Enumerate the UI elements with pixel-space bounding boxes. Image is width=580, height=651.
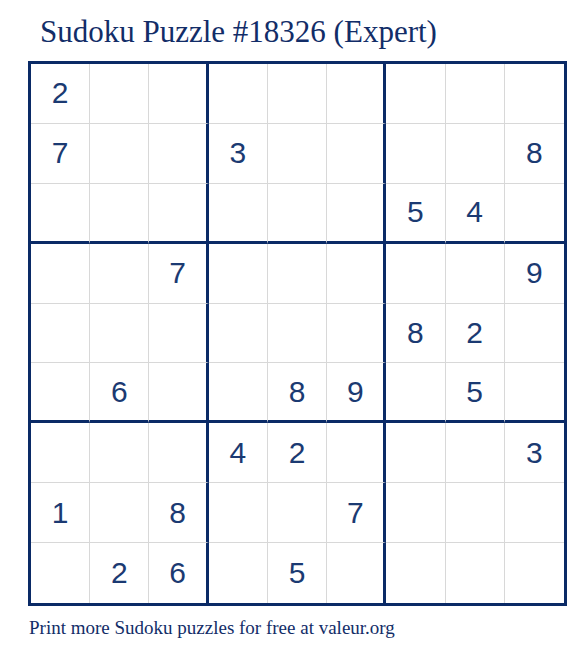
cell-r1c5[interactable] <box>268 64 327 124</box>
cell-r9c4[interactable] <box>209 543 268 603</box>
cell-r5c5[interactable] <box>268 304 327 364</box>
cell-r6c8[interactable]: 5 <box>446 363 505 423</box>
cell-r4c3[interactable]: 7 <box>149 244 208 304</box>
cell-r1c2[interactable] <box>90 64 149 124</box>
cell-r4c6[interactable] <box>327 244 386 304</box>
cell-r3c8[interactable]: 4 <box>446 184 505 244</box>
cell-r8c2[interactable] <box>90 483 149 543</box>
cell-r6c7[interactable] <box>386 363 445 423</box>
cell-r9c5[interactable]: 5 <box>268 543 327 603</box>
cell-r9c1[interactable] <box>31 543 90 603</box>
cell-r6c5[interactable]: 8 <box>268 363 327 423</box>
cell-r8c9[interactable] <box>505 483 564 543</box>
cell-r5c7[interactable]: 8 <box>386 304 445 364</box>
cell-r8c1[interactable]: 1 <box>31 483 90 543</box>
cell-r3c3[interactable] <box>149 184 208 244</box>
cell-r1c7[interactable] <box>386 64 445 124</box>
cell-r3c1[interactable] <box>31 184 90 244</box>
page-title: Sudoku Puzzle #18326 (Expert) <box>40 14 437 50</box>
cell-r8c5[interactable] <box>268 483 327 543</box>
cell-r5c2[interactable] <box>90 304 149 364</box>
cell-r7c7[interactable] <box>386 423 445 483</box>
cell-r2c3[interactable] <box>149 124 208 184</box>
cell-r2c5[interactable] <box>268 124 327 184</box>
cell-r9c6[interactable] <box>327 543 386 603</box>
cell-r1c9[interactable] <box>505 64 564 124</box>
cell-r5c3[interactable] <box>149 304 208 364</box>
cell-r6c9[interactable] <box>505 363 564 423</box>
cell-r7c9[interactable]: 3 <box>505 423 564 483</box>
cell-r8c7[interactable] <box>386 483 445 543</box>
cell-r4c5[interactable] <box>268 244 327 304</box>
cell-r7c4[interactable]: 4 <box>209 423 268 483</box>
cell-r9c7[interactable] <box>386 543 445 603</box>
cell-r3c2[interactable] <box>90 184 149 244</box>
cell-r5c9[interactable] <box>505 304 564 364</box>
cell-r3c5[interactable] <box>268 184 327 244</box>
cell-r1c1[interactable]: 2 <box>31 64 90 124</box>
cell-r5c1[interactable] <box>31 304 90 364</box>
cell-r2c8[interactable] <box>446 124 505 184</box>
cell-r7c2[interactable] <box>90 423 149 483</box>
cell-r7c6[interactable] <box>327 423 386 483</box>
cell-r3c7[interactable]: 5 <box>386 184 445 244</box>
cell-r6c6[interactable]: 9 <box>327 363 386 423</box>
cell-r9c9[interactable] <box>505 543 564 603</box>
cell-r6c1[interactable] <box>31 363 90 423</box>
cell-r9c2[interactable]: 2 <box>90 543 149 603</box>
cell-r1c3[interactable] <box>149 64 208 124</box>
cell-r5c6[interactable] <box>327 304 386 364</box>
cell-r6c3[interactable] <box>149 363 208 423</box>
cell-r8c3[interactable]: 8 <box>149 483 208 543</box>
cell-r4c1[interactable] <box>31 244 90 304</box>
cell-r7c8[interactable] <box>446 423 505 483</box>
cell-r2c7[interactable] <box>386 124 445 184</box>
cell-r1c4[interactable] <box>209 64 268 124</box>
cell-r3c6[interactable] <box>327 184 386 244</box>
cell-r6c2[interactable]: 6 <box>90 363 149 423</box>
footer-text: Print more Sudoku puzzles for free at va… <box>29 617 395 639</box>
cell-r4c7[interactable] <box>386 244 445 304</box>
cell-r4c9[interactable]: 9 <box>505 244 564 304</box>
cell-r2c1[interactable]: 7 <box>31 124 90 184</box>
cell-r4c4[interactable] <box>209 244 268 304</box>
cell-r3c9[interactable] <box>505 184 564 244</box>
cell-r3c4[interactable] <box>209 184 268 244</box>
cell-r7c1[interactable] <box>31 423 90 483</box>
cell-r2c9[interactable]: 8 <box>505 124 564 184</box>
cell-r5c4[interactable] <box>209 304 268 364</box>
cell-r9c3[interactable]: 6 <box>149 543 208 603</box>
sudoku-board: 27385479826895423187265 <box>28 61 567 606</box>
sudoku-page: Sudoku Puzzle #18326 (Expert) 2738547982… <box>0 0 580 651</box>
cell-r2c2[interactable] <box>90 124 149 184</box>
cell-r6c4[interactable] <box>209 363 268 423</box>
cell-r2c4[interactable]: 3 <box>209 124 268 184</box>
cell-r4c2[interactable] <box>90 244 149 304</box>
cell-r8c8[interactable] <box>446 483 505 543</box>
cell-r7c5[interactable]: 2 <box>268 423 327 483</box>
cell-r8c6[interactable]: 7 <box>327 483 386 543</box>
cell-r5c8[interactable]: 2 <box>446 304 505 364</box>
cell-r4c8[interactable] <box>446 244 505 304</box>
cell-r7c3[interactable] <box>149 423 208 483</box>
cell-r2c6[interactable] <box>327 124 386 184</box>
cell-r1c6[interactable] <box>327 64 386 124</box>
cell-r8c4[interactable] <box>209 483 268 543</box>
cell-r9c8[interactable] <box>446 543 505 603</box>
cell-r1c8[interactable] <box>446 64 505 124</box>
